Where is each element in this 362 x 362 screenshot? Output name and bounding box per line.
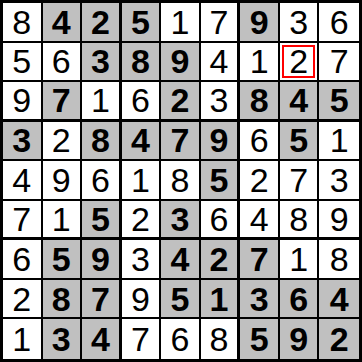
cell-value: 5 xyxy=(12,44,31,78)
cell-r1c4[interactable]: 5 xyxy=(122,3,162,43)
cell-r1c7[interactable]: 9 xyxy=(240,3,280,43)
cell-value: 3 xyxy=(171,202,190,236)
cell-value: 4 xyxy=(52,5,71,39)
cell-r1c6[interactable]: 7 xyxy=(201,3,241,43)
cell-r4c9[interactable]: 1 xyxy=(319,122,359,162)
cell-r1c1[interactable]: 8 xyxy=(3,3,43,43)
cell-value: 9 xyxy=(210,123,229,157)
cell-value: 9 xyxy=(330,202,349,236)
cell-r7c8[interactable]: 1 xyxy=(280,240,320,280)
cell-r3c9[interactable]: 5 xyxy=(319,82,359,122)
cell-r3c8[interactable]: 4 xyxy=(280,82,320,122)
cell-value: 1 xyxy=(330,123,349,157)
cell-value: 9 xyxy=(289,322,308,356)
cell-value: 4 xyxy=(12,163,31,197)
cell-value: 6 xyxy=(250,123,269,157)
cell-value: 3 xyxy=(289,5,308,39)
cell-r9c6[interactable]: 8 xyxy=(201,319,241,359)
cell-value: 1 xyxy=(210,282,229,316)
cell-value: 8 xyxy=(250,83,269,117)
cell-r7c4[interactable]: 3 xyxy=(122,240,162,280)
cell-value: 6 xyxy=(210,202,229,236)
cell-value: 5 xyxy=(210,163,229,197)
cell-value: 7 xyxy=(91,282,110,316)
cell-r2c2[interactable]: 6 xyxy=(43,43,83,83)
cell-r9c7[interactable]: 5 xyxy=(240,319,280,359)
cell-value: 3 xyxy=(131,242,150,276)
cell-value: 1 xyxy=(131,163,150,197)
cell-r6c6[interactable]: 6 xyxy=(201,201,241,241)
cell-value: 5 xyxy=(171,282,190,316)
cell-value: 8 xyxy=(171,163,190,197)
cell-value: 7 xyxy=(210,5,229,39)
cell-value: 3 xyxy=(250,282,269,316)
cell-value: 7 xyxy=(250,242,269,276)
cell-r2c3[interactable]: 3 xyxy=(82,43,122,83)
cell-r7c7[interactable]: 7 xyxy=(240,240,280,280)
cell-value: 9 xyxy=(171,44,190,78)
cell-r3c2[interactable]: 7 xyxy=(43,82,83,122)
cell-value: 1 xyxy=(250,44,269,78)
cell-value: 7 xyxy=(171,123,190,157)
cell-value: 2 xyxy=(91,5,110,39)
cell-value: 6 xyxy=(91,163,110,197)
cell-value: 6 xyxy=(289,282,308,316)
cell-r9c4[interactable]: 7 xyxy=(122,319,162,359)
cell-r8c2[interactable]: 8 xyxy=(43,280,83,320)
cell-r6c1[interactable]: 7 xyxy=(3,201,43,241)
cell-value: 5 xyxy=(91,202,110,236)
cell-r7c9[interactable]: 8 xyxy=(319,240,359,280)
cell-r3c7[interactable]: 8 xyxy=(240,82,280,122)
cell-r5c2[interactable]: 9 xyxy=(43,161,83,201)
cell-r7c6[interactable]: 2 xyxy=(201,240,241,280)
cell-value: 8 xyxy=(91,123,110,157)
cell-r3c5[interactable]: 2 xyxy=(161,82,201,122)
cell-value: 6 xyxy=(330,5,349,39)
cell-value: 3 xyxy=(52,322,71,356)
cell-value: 5 xyxy=(330,83,349,117)
cell-r7c5[interactable]: 4 xyxy=(161,240,201,280)
cell-r1c8[interactable]: 3 xyxy=(280,3,320,43)
cell-value: 2 xyxy=(330,322,349,356)
cell-r2c7[interactable]: 1 xyxy=(240,43,280,83)
cell-r5c4[interactable]: 1 xyxy=(122,161,162,201)
cell-r2c5[interactable]: 9 xyxy=(161,43,201,83)
cell-r1c9[interactable]: 6 xyxy=(319,3,359,43)
cell-r6c3[interactable]: 5 xyxy=(82,201,122,241)
cell-r4c3[interactable]: 8 xyxy=(82,122,122,162)
cell-value: 1 xyxy=(91,83,110,117)
cell-r4c6[interactable]: 9 xyxy=(201,122,241,162)
cell-value: 1 xyxy=(12,322,31,356)
cell-value: 3 xyxy=(12,123,31,157)
cell-value: 4 xyxy=(330,282,349,316)
cell-value: 7 xyxy=(289,163,308,197)
cell-r7c1[interactable]: 6 xyxy=(3,240,43,280)
cell-value: 7 xyxy=(131,322,150,356)
cell-value: 7 xyxy=(330,44,349,78)
cell-r6c9[interactable]: 9 xyxy=(319,201,359,241)
cell-r2c9[interactable]: 7 xyxy=(319,43,359,83)
cell-r8c7[interactable]: 3 xyxy=(240,280,280,320)
cell-value: 9 xyxy=(131,282,150,316)
cell-value: 8 xyxy=(52,282,71,316)
cell-value: 8 xyxy=(289,202,308,236)
cell-r8c6[interactable]: 1 xyxy=(201,280,241,320)
cell-value: 6 xyxy=(12,242,31,276)
cell-r5c8[interactable]: 7 xyxy=(280,161,320,201)
cell-r7c2[interactable]: 5 xyxy=(43,240,83,280)
cell-r6c8[interactable]: 8 xyxy=(280,201,320,241)
cell-value: 9 xyxy=(52,163,71,197)
cell-value: 2 xyxy=(250,163,269,197)
cell-r1c2[interactable]: 4 xyxy=(43,3,83,43)
cell-r5c9[interactable]: 3 xyxy=(319,161,359,201)
cell-value: 2 xyxy=(171,83,190,117)
cell-value: 2 xyxy=(52,123,71,157)
cell-value: 7 xyxy=(12,202,31,236)
cell-value: 4 xyxy=(91,322,110,356)
cell-value: 2 xyxy=(289,44,308,78)
cell-value: 9 xyxy=(12,83,31,117)
cell-r8c9[interactable]: 4 xyxy=(319,280,359,320)
cell-r5c3[interactable]: 6 xyxy=(82,161,122,201)
cell-value: 8 xyxy=(210,322,229,356)
cell-value: 3 xyxy=(210,83,229,117)
cell-r5c5[interactable]: 8 xyxy=(161,161,201,201)
cell-r6c4[interactable]: 2 xyxy=(122,201,162,241)
cell-r7c3[interactable]: 9 xyxy=(82,240,122,280)
cell-r9c5[interactable]: 6 xyxy=(161,319,201,359)
cell-r2c6[interactable]: 4 xyxy=(201,43,241,83)
cell-value: 9 xyxy=(91,242,110,276)
cell-r3c3[interactable]: 1 xyxy=(82,82,122,122)
cell-value: 9 xyxy=(250,5,269,39)
cell-value: 7 xyxy=(52,83,71,117)
cell-r5c7[interactable]: 2 xyxy=(240,161,280,201)
cell-r9c3[interactable]: 4 xyxy=(82,319,122,359)
cell-value: 2 xyxy=(12,282,31,316)
cell-r5c1[interactable]: 4 xyxy=(3,161,43,201)
cell-value: 6 xyxy=(52,44,71,78)
cell-r2c4[interactable]: 8 xyxy=(122,43,162,83)
cell-value: 5 xyxy=(289,123,308,157)
cell-r1c3[interactable]: 2 xyxy=(82,3,122,43)
cell-value: 6 xyxy=(171,322,190,356)
cell-r9c9[interactable]: 2 xyxy=(319,319,359,359)
cell-value: 3 xyxy=(330,163,349,197)
cell-r2c8[interactable]: 2 xyxy=(280,43,320,83)
cell-r9c1[interactable]: 1 xyxy=(3,319,43,359)
cell-value: 8 xyxy=(131,44,150,78)
cell-value: 4 xyxy=(210,44,229,78)
cell-r8c1[interactable]: 2 xyxy=(3,280,43,320)
cell-value: 5 xyxy=(250,322,269,356)
cell-r1c5[interactable]: 1 xyxy=(161,3,201,43)
cell-value: 4 xyxy=(131,123,150,157)
cell-r3c1[interactable]: 9 xyxy=(3,82,43,122)
cell-value: 1 xyxy=(171,5,190,39)
cell-r3c4[interactable]: 6 xyxy=(122,82,162,122)
cell-r8c4[interactable]: 9 xyxy=(122,280,162,320)
cell-r6c7[interactable]: 4 xyxy=(240,201,280,241)
cell-r8c3[interactable]: 7 xyxy=(82,280,122,320)
cell-r6c2[interactable]: 1 xyxy=(43,201,83,241)
cell-r4c1[interactable]: 3 xyxy=(3,122,43,162)
cell-r2c1[interactable]: 5 xyxy=(3,43,43,83)
cell-value: 4 xyxy=(171,242,190,276)
cell-r4c7[interactable]: 6 xyxy=(240,122,280,162)
cell-r8c8[interactable]: 6 xyxy=(280,280,320,320)
cell-r5c6[interactable]: 5 xyxy=(201,161,241,201)
cell-value: 8 xyxy=(330,242,349,276)
cell-value: 1 xyxy=(289,242,308,276)
cell-value: 5 xyxy=(131,5,150,39)
cell-value: 2 xyxy=(131,202,150,236)
cell-value: 5 xyxy=(52,242,71,276)
cell-value: 4 xyxy=(289,83,308,117)
cell-r8c5[interactable]: 5 xyxy=(161,280,201,320)
cell-r4c2[interactable]: 2 xyxy=(43,122,83,162)
cell-value: 6 xyxy=(131,83,150,117)
cell-value: 2 xyxy=(210,242,229,276)
cell-value: 1 xyxy=(52,202,71,236)
cell-value: 8 xyxy=(12,5,31,39)
cell-value: 4 xyxy=(250,202,269,236)
cell-r4c4[interactable]: 4 xyxy=(122,122,162,162)
cell-r3c6[interactable]: 3 xyxy=(201,82,241,122)
cell-r9c8[interactable]: 9 xyxy=(280,319,320,359)
cell-r4c8[interactable]: 5 xyxy=(280,122,320,162)
sudoku-board: 8425179365638941279716238453284796514961… xyxy=(0,0,362,362)
cell-r6c5[interactable]: 3 xyxy=(161,201,201,241)
cell-r9c2[interactable]: 3 xyxy=(43,319,83,359)
cell-value: 3 xyxy=(91,44,110,78)
cell-r4c5[interactable]: 7 xyxy=(161,122,201,162)
